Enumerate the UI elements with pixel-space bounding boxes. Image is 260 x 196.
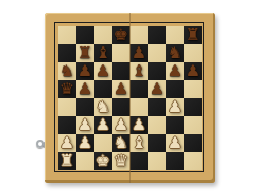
square-f6[interactable] <box>148 62 166 80</box>
square-a7[interactable] <box>58 44 76 62</box>
square-a4[interactable] <box>58 98 76 116</box>
square-d4[interactable] <box>112 98 130 116</box>
piece-bQ-a5[interactable]: ♛ <box>60 80 74 98</box>
piece-wR-a1[interactable]: ♜ <box>60 152 74 170</box>
square-h6[interactable]: ♟ <box>184 62 202 80</box>
square-e4[interactable] <box>130 98 148 116</box>
piece-wP-d3[interactable]: ♟ <box>114 116 128 134</box>
piece-wK-c1[interactable]: ♚ <box>96 152 110 170</box>
square-a5[interactable]: ♛ <box>58 80 76 98</box>
square-a3[interactable] <box>58 116 76 134</box>
square-c1[interactable]: ♚ <box>94 152 112 170</box>
square-b5[interactable]: ♟ <box>76 80 94 98</box>
square-c4[interactable]: ♞ <box>94 98 112 116</box>
square-h2[interactable] <box>184 134 202 152</box>
fold-hinge-seam <box>129 13 131 183</box>
square-b6[interactable]: ♟ <box>76 62 94 80</box>
square-g2[interactable]: ♟ <box>166 134 184 152</box>
square-e6[interactable]: ♝ <box>130 62 148 80</box>
piece-bB-c7[interactable]: ♝ <box>96 44 110 62</box>
square-c5[interactable] <box>94 80 112 98</box>
square-d5[interactable]: ♟ <box>112 80 130 98</box>
square-g8[interactable] <box>166 26 184 44</box>
square-f8[interactable] <box>148 26 166 44</box>
square-b7[interactable]: ♜ <box>76 44 94 62</box>
square-e1[interactable] <box>130 152 148 170</box>
square-c7[interactable]: ♝ <box>94 44 112 62</box>
piece-bP-d5[interactable]: ♟ <box>114 80 128 98</box>
square-b8[interactable] <box>76 26 94 44</box>
square-h7[interactable] <box>184 44 202 62</box>
piece-bP-b6[interactable]: ♟ <box>78 62 92 80</box>
photo-scene: ♚♜♜♝♟♞♞♟♟♝♟♟♛♟♟♟♞♟♟♟♟♟♟♟♞♝♟♜♚♛ <box>0 0 260 196</box>
piece-wP-g2[interactable]: ♟ <box>168 134 182 152</box>
piece-bP-e7[interactable]: ♟ <box>132 44 146 62</box>
square-a1[interactable]: ♜ <box>58 152 76 170</box>
square-d2[interactable]: ♞ <box>112 134 130 152</box>
piece-wP-c3[interactable]: ♟ <box>96 116 110 134</box>
piece-bP-g6[interactable]: ♟ <box>168 62 182 80</box>
piece-bP-f5[interactable]: ♟ <box>150 80 164 98</box>
square-e2[interactable]: ♝ <box>130 134 148 152</box>
square-g7[interactable]: ♞ <box>166 44 184 62</box>
square-d3[interactable]: ♟ <box>112 116 130 134</box>
square-e5[interactable] <box>130 80 148 98</box>
piece-bK-d8[interactable]: ♚ <box>114 26 128 44</box>
piece-bR-h8[interactable]: ♜ <box>186 26 200 44</box>
square-d1[interactable]: ♛ <box>112 152 130 170</box>
square-h8[interactable]: ♜ <box>184 26 202 44</box>
piece-wN-d2[interactable]: ♞ <box>114 134 128 152</box>
piece-wP-b3[interactable]: ♟ <box>78 116 92 134</box>
square-g3[interactable] <box>166 116 184 134</box>
piece-wP-e3[interactable]: ♟ <box>132 116 146 134</box>
square-e3[interactable]: ♟ <box>130 116 148 134</box>
square-b4[interactable] <box>76 98 94 116</box>
square-b1[interactable] <box>76 152 94 170</box>
square-f4[interactable] <box>148 98 166 116</box>
square-a8[interactable] <box>58 26 76 44</box>
piece-bN-g7[interactable]: ♞ <box>168 44 182 62</box>
square-f5[interactable]: ♟ <box>148 80 166 98</box>
square-b2[interactable]: ♟ <box>76 134 94 152</box>
square-g5[interactable] <box>166 80 184 98</box>
piece-bP-c6[interactable]: ♟ <box>96 62 110 80</box>
piece-wP-a2[interactable]: ♟ <box>60 134 74 152</box>
square-d7[interactable] <box>112 44 130 62</box>
square-c8[interactable] <box>94 26 112 44</box>
square-e7[interactable]: ♟ <box>130 44 148 62</box>
square-h4[interactable] <box>184 98 202 116</box>
square-c6[interactable]: ♟ <box>94 62 112 80</box>
piece-bP-b5[interactable]: ♟ <box>78 80 92 98</box>
square-g1[interactable] <box>166 152 184 170</box>
square-e8[interactable] <box>130 26 148 44</box>
square-c2[interactable] <box>94 134 112 152</box>
chess-board: ♚♜♜♝♟♞♞♟♟♝♟♟♛♟♟♟♞♟♟♟♟♟♟♟♞♝♟♜♚♛ <box>45 13 215 183</box>
piece-bR-b7[interactable]: ♜ <box>78 44 92 62</box>
square-h1[interactable] <box>184 152 202 170</box>
piece-wN-c4[interactable]: ♞ <box>96 98 110 116</box>
square-b3[interactable]: ♟ <box>76 116 94 134</box>
piece-wP-g4[interactable]: ♟ <box>168 98 182 116</box>
square-f2[interactable] <box>148 134 166 152</box>
piece-bP-h6[interactable]: ♟ <box>186 62 200 80</box>
square-g6[interactable]: ♟ <box>166 62 184 80</box>
piece-wQ-d1[interactable]: ♛ <box>114 152 128 170</box>
square-f7[interactable] <box>148 44 166 62</box>
piece-bB-e6[interactable]: ♝ <box>132 62 146 80</box>
square-c3[interactable]: ♟ <box>94 116 112 134</box>
square-a6[interactable]: ♞ <box>58 62 76 80</box>
square-h3[interactable] <box>184 116 202 134</box>
square-a2[interactable]: ♟ <box>58 134 76 152</box>
square-h5[interactable] <box>184 80 202 98</box>
square-f3[interactable] <box>148 116 166 134</box>
piece-wP-b2[interactable]: ♟ <box>78 134 92 152</box>
square-d8[interactable]: ♚ <box>112 26 130 44</box>
square-f1[interactable] <box>148 152 166 170</box>
piece-bN-a6[interactable]: ♞ <box>60 62 74 80</box>
piece-wB-e2[interactable]: ♝ <box>132 134 146 152</box>
square-g4[interactable]: ♟ <box>166 98 184 116</box>
square-d6[interactable] <box>112 62 130 80</box>
